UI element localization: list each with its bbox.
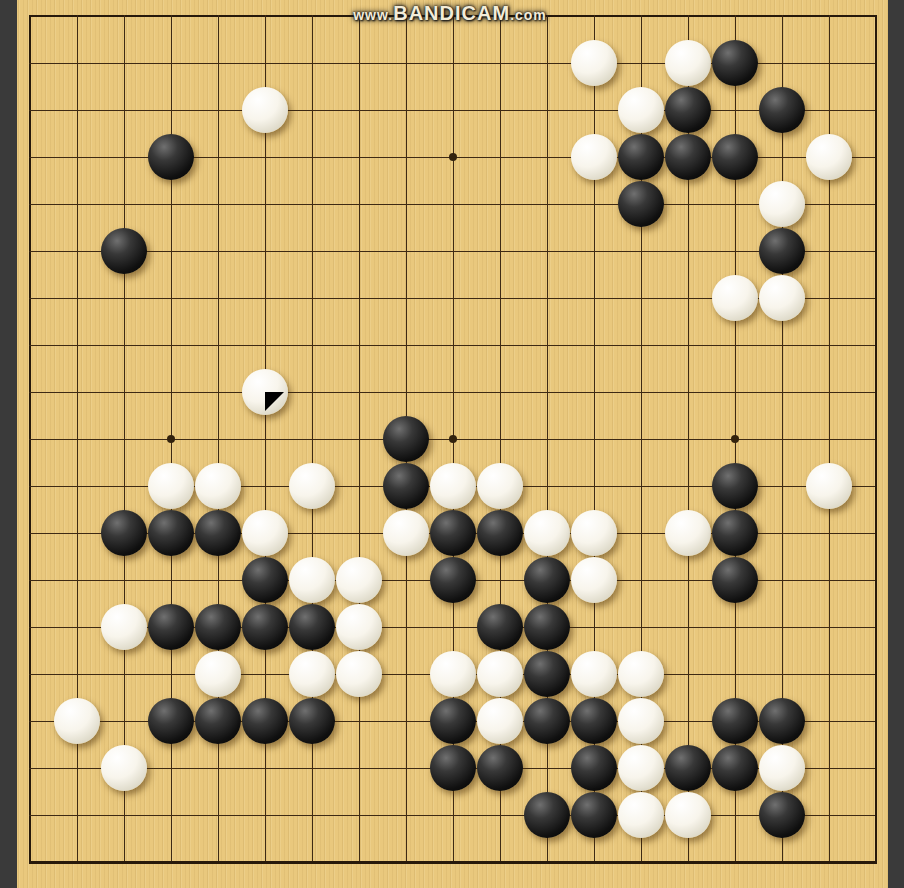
grid-line-horizontal xyxy=(29,815,877,816)
black-stone xyxy=(477,745,523,791)
black-stone xyxy=(759,792,805,838)
black-stone xyxy=(665,134,711,180)
screenshot-root: { "game": "go", "board_size": "19x19", "… xyxy=(0,0,904,888)
black-stone xyxy=(195,510,241,556)
black-stone xyxy=(242,557,288,603)
black-stone xyxy=(524,557,570,603)
black-stone xyxy=(571,745,617,791)
white-stone xyxy=(242,369,288,415)
star-point xyxy=(167,435,175,443)
right-edge-strip xyxy=(888,0,904,888)
black-stone xyxy=(712,40,758,86)
white-stone xyxy=(289,463,335,509)
black-stone xyxy=(477,604,523,650)
white-stone xyxy=(289,651,335,697)
black-stone xyxy=(524,698,570,744)
black-stone xyxy=(195,604,241,650)
white-stone xyxy=(289,557,335,603)
black-stone xyxy=(242,698,288,744)
go-board[interactable] xyxy=(0,0,904,888)
watermark-suffix: .com xyxy=(510,7,547,23)
black-stone xyxy=(712,557,758,603)
white-stone xyxy=(665,40,711,86)
white-stone xyxy=(430,463,476,509)
star-point xyxy=(449,153,457,161)
white-stone xyxy=(195,463,241,509)
black-stone xyxy=(524,604,570,650)
white-stone xyxy=(712,275,758,321)
watermark-prefix: www. xyxy=(353,7,393,23)
white-stone xyxy=(571,134,617,180)
black-stone xyxy=(148,698,194,744)
white-stone xyxy=(148,463,194,509)
white-stone xyxy=(665,510,711,556)
black-stone xyxy=(712,134,758,180)
black-stone xyxy=(712,463,758,509)
white-stone xyxy=(54,698,100,744)
white-stone xyxy=(806,134,852,180)
black-stone xyxy=(571,698,617,744)
white-stone xyxy=(477,651,523,697)
black-stone xyxy=(101,510,147,556)
bandicam-watermark: www.BANDICAM.com xyxy=(353,0,547,29)
black-stone xyxy=(665,745,711,791)
white-stone xyxy=(383,510,429,556)
black-stone xyxy=(477,510,523,556)
black-stone xyxy=(759,228,805,274)
black-stone xyxy=(712,745,758,791)
white-stone xyxy=(571,651,617,697)
white-stone xyxy=(759,181,805,227)
black-stone xyxy=(148,134,194,180)
star-point xyxy=(449,435,457,443)
white-stone xyxy=(101,745,147,791)
black-stone xyxy=(289,604,335,650)
black-stone xyxy=(571,792,617,838)
white-stone xyxy=(618,745,664,791)
white-stone xyxy=(571,40,617,86)
black-stone xyxy=(712,698,758,744)
black-stone xyxy=(148,510,194,556)
white-stone xyxy=(336,557,382,603)
black-stone xyxy=(618,181,664,227)
black-stone xyxy=(101,228,147,274)
white-stone xyxy=(806,463,852,509)
white-stone xyxy=(477,698,523,744)
black-stone xyxy=(430,510,476,556)
last-move-marker-icon xyxy=(265,392,285,412)
white-stone xyxy=(242,510,288,556)
black-stone xyxy=(430,698,476,744)
grid-line-vertical xyxy=(875,15,877,863)
black-stone xyxy=(759,87,805,133)
white-stone xyxy=(759,275,805,321)
black-stone xyxy=(195,698,241,744)
black-stone xyxy=(148,604,194,650)
black-stone xyxy=(289,698,335,744)
black-stone xyxy=(383,416,429,462)
left-edge-strip xyxy=(0,0,17,888)
white-stone xyxy=(618,698,664,744)
black-stone xyxy=(430,745,476,791)
white-stone xyxy=(665,792,711,838)
grid-line-horizontal xyxy=(29,861,877,864)
white-stone xyxy=(336,604,382,650)
black-stone xyxy=(665,87,711,133)
white-stone xyxy=(571,557,617,603)
black-stone xyxy=(759,698,805,744)
white-stone xyxy=(618,651,664,697)
white-stone xyxy=(477,463,523,509)
watermark-brand: BANDICAM xyxy=(393,2,510,24)
star-point xyxy=(731,435,739,443)
white-stone xyxy=(571,510,617,556)
black-stone xyxy=(242,604,288,650)
white-stone xyxy=(618,87,664,133)
white-stone xyxy=(242,87,288,133)
white-stone xyxy=(336,651,382,697)
black-stone xyxy=(712,510,758,556)
black-stone xyxy=(524,792,570,838)
black-stone xyxy=(383,463,429,509)
white-stone xyxy=(618,792,664,838)
white-stone xyxy=(430,651,476,697)
white-stone xyxy=(195,651,241,697)
white-stone xyxy=(759,745,805,791)
white-stone xyxy=(524,510,570,556)
black-stone xyxy=(524,651,570,697)
black-stone xyxy=(618,134,664,180)
white-stone xyxy=(101,604,147,650)
black-stone xyxy=(430,557,476,603)
